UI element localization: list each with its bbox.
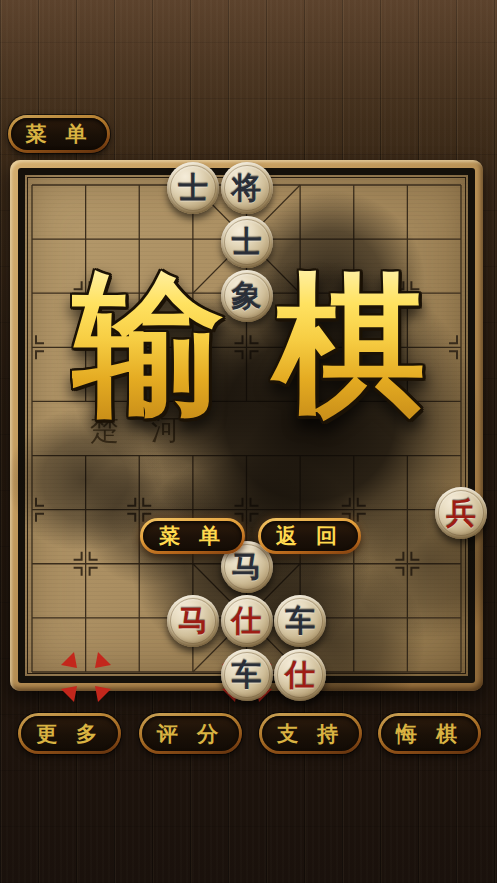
- board-surface[interactable]: 楚河 士将士象兵马马仕车车仕: [25, 175, 468, 676]
- piece-character: 士: [232, 227, 262, 257]
- piece-character: 仕: [232, 606, 262, 636]
- menu-button[interactable]: 菜单: [8, 115, 110, 153]
- piece-character: 将: [232, 173, 262, 203]
- piece-character: 兵: [446, 498, 476, 528]
- piece-character: 马: [178, 606, 208, 636]
- app-root: 菜单 楚河 士将士象兵马马仕车车仕 输棋 菜单 返回 更多 评分 支持 悔棋: [0, 0, 497, 883]
- piece-black-chariot[interactable]: 车: [274, 595, 326, 647]
- undo-button[interactable]: 悔棋: [378, 713, 481, 754]
- piece-character: 马: [232, 552, 262, 582]
- piece-black-general[interactable]: 将: [221, 162, 273, 214]
- piece-black-advisor[interactable]: 士: [221, 216, 273, 268]
- dialog-menu-button[interactable]: 菜单: [140, 518, 245, 554]
- dialog-back-button[interactable]: 返回: [258, 518, 361, 554]
- piece-red-advisor[interactable]: 仕: [274, 649, 326, 701]
- piece-red-soldier[interactable]: 兵: [435, 487, 487, 539]
- piece-character: 仕: [285, 660, 315, 690]
- piece-black-elephant[interactable]: 象: [221, 270, 273, 322]
- piece-red-horse[interactable]: 马: [167, 595, 219, 647]
- piece-red-advisor[interactable]: 仕: [221, 595, 273, 647]
- support-button[interactable]: 支持: [259, 713, 362, 754]
- piece-character: 车: [285, 606, 315, 636]
- xiangqi-board: 楚河 士将士象兵马马仕车车仕: [10, 160, 483, 691]
- river-label: 楚河: [90, 413, 212, 445]
- piece-character: 车: [232, 660, 262, 690]
- more-button[interactable]: 更多: [18, 713, 121, 754]
- piece-character: 象: [232, 281, 262, 311]
- piece-black-chariot[interactable]: 车: [221, 649, 273, 701]
- piece-character: 士: [178, 173, 208, 203]
- piece-black-advisor[interactable]: 士: [167, 162, 219, 214]
- rate-button[interactable]: 评分: [139, 713, 242, 754]
